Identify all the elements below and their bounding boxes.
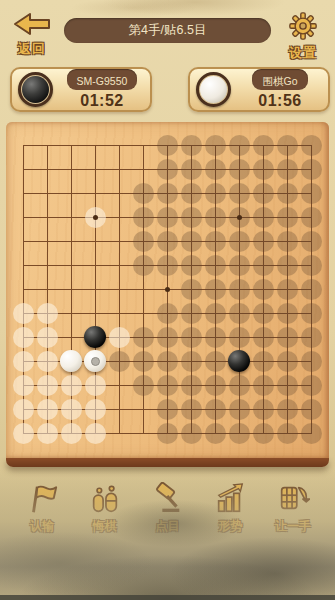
black-stone-K4 (228, 350, 250, 372)
black-influence-dot (205, 303, 226, 324)
black-influence-dot (157, 351, 178, 372)
black-influence-dot (157, 375, 178, 396)
white-player-avatar (196, 72, 231, 107)
black-influence-dot (181, 303, 202, 324)
black-influence-dot (205, 279, 226, 300)
black-influence-dot (181, 399, 202, 420)
black-influence-dot (157, 231, 178, 252)
black-influence-dot (277, 399, 298, 420)
black-influence-dot (301, 255, 322, 276)
black-influence-dot (181, 255, 202, 276)
black-influence-dot (157, 303, 178, 324)
white-influence-dot (85, 423, 106, 444)
black-influence-dot (205, 183, 226, 204)
black-player-name-plate: SM-G9550 (67, 69, 138, 90)
black-influence-dot (181, 183, 202, 204)
black-influence-dot (253, 207, 274, 228)
one-more-move-button[interactable]: 让一手 (265, 482, 321, 535)
black-influence-dot (253, 327, 274, 348)
black-influence-dot (253, 183, 274, 204)
count-button[interactable]: 点目 (140, 482, 196, 535)
star-point (165, 287, 170, 292)
black-influence-dot (181, 135, 202, 156)
white-influence-dot (37, 351, 58, 372)
bottom-toolbar: 认输 悔棋 点目 (0, 482, 335, 535)
black-influence-dot (301, 303, 322, 324)
white-influence-dot (37, 423, 58, 444)
black-influence-dot (229, 231, 250, 252)
white-influence-dot (109, 327, 130, 348)
star-point (237, 215, 242, 220)
white-player-name: 围棋Go (262, 75, 297, 87)
black-influence-dot (277, 135, 298, 156)
black-influence-dot (157, 135, 178, 156)
undo-label: 悔棋 (93, 518, 117, 535)
black-influence-dot (253, 159, 274, 180)
black-stone-D5 (84, 326, 106, 348)
black-influence-dot (157, 423, 178, 444)
black-influence-dot (181, 231, 202, 252)
black-influence-dot (301, 159, 322, 180)
black-influence-dot (253, 375, 274, 396)
white-influence-dot (13, 375, 34, 396)
white-player-clock: 01:56 (258, 92, 301, 110)
black-influence-dot (133, 351, 154, 372)
white-influence-dot (37, 375, 58, 396)
black-influence-dot (205, 399, 226, 420)
black-influence-dot (253, 423, 274, 444)
move-status-bar: 第4手/贴6.5目 (64, 18, 271, 43)
black-influence-dot (205, 351, 226, 372)
black-influence-dot (253, 351, 274, 372)
one-more-move-label: 让一手 (275, 518, 311, 535)
white-influence-dot (37, 327, 58, 348)
black-influence-dot (253, 135, 274, 156)
black-influence-dot (301, 399, 322, 420)
white-influence-dot (37, 399, 58, 420)
black-influence-dot (277, 159, 298, 180)
black-influence-dot (301, 135, 322, 156)
black-influence-dot (253, 399, 274, 420)
white-influence-dot (13, 423, 34, 444)
white-influence-dot (61, 399, 82, 420)
black-influence-dot (301, 327, 322, 348)
black-influence-dot (229, 135, 250, 156)
black-influence-dot (301, 423, 322, 444)
white-stone-D4 (84, 350, 106, 372)
white-influence-dot (85, 375, 106, 396)
white-stone-C4 (60, 350, 82, 372)
black-influence-dot (253, 231, 274, 252)
go-app-screen: 返回 第4手/贴6.5目 设置 S (0, 0, 335, 600)
white-influence-dot (85, 399, 106, 420)
white-influence-dot (61, 423, 82, 444)
black-stone-avatar-icon (22, 76, 49, 103)
black-influence-dot (277, 327, 298, 348)
black-influence-dot (181, 207, 202, 228)
black-influence-dot (205, 231, 226, 252)
move-status-text: 第4手/贴6.5目 (129, 22, 207, 39)
white-stone-avatar-icon (200, 76, 227, 103)
resign-button[interactable]: 认输 (14, 482, 70, 535)
black-influence-dot (205, 375, 226, 396)
settings-button[interactable]: 设置 (279, 12, 327, 62)
white-influence-dot (13, 327, 34, 348)
black-influence-dot (205, 207, 226, 228)
black-influence-dot (205, 255, 226, 276)
settings-label: 设置 (279, 44, 327, 62)
trend-chart-icon (213, 482, 247, 516)
black-influence-dot (301, 207, 322, 228)
black-influence-dot (205, 327, 226, 348)
black-influence-dot (181, 159, 202, 180)
black-influence-dot (301, 351, 322, 372)
white-player-name-plate: 围棋Go (252, 69, 307, 90)
black-influence-dot (157, 399, 178, 420)
black-influence-dot (229, 399, 250, 420)
black-influence-dot (277, 279, 298, 300)
black-influence-dot (109, 351, 130, 372)
black-influence-dot (181, 375, 202, 396)
black-influence-dot (157, 255, 178, 276)
black-influence-dot (157, 159, 178, 180)
board-bottom-edge (6, 458, 329, 467)
black-influence-dot (157, 207, 178, 228)
black-player-name: SM-G9550 (77, 75, 128, 87)
black-influence-dot (181, 327, 202, 348)
white-influence-dot (61, 375, 82, 396)
black-influence-dot (229, 375, 250, 396)
black-influence-dot (181, 351, 202, 372)
black-influence-dot (205, 423, 226, 444)
undo-stones-icon (88, 482, 122, 516)
black-influence-dot (229, 279, 250, 300)
black-influence-dot (181, 423, 202, 444)
black-influence-dot (301, 183, 322, 204)
black-influence-dot (133, 231, 154, 252)
black-influence-dot (229, 255, 250, 276)
black-influence-dot (229, 327, 250, 348)
black-influence-dot (229, 183, 250, 204)
black-influence-dot (277, 231, 298, 252)
black-influence-dot (229, 159, 250, 180)
black-influence-dot (253, 303, 274, 324)
black-influence-dot (229, 303, 250, 324)
white-player-card: 围棋Go 01:56 (188, 67, 330, 112)
black-influence-dot (181, 279, 202, 300)
black-influence-dot (277, 207, 298, 228)
black-influence-dot (229, 423, 250, 444)
gear-icon (288, 12, 318, 40)
black-influence-dot (133, 207, 154, 228)
black-influence-dot (205, 159, 226, 180)
last-move-marker (91, 357, 100, 366)
black-influence-dot (133, 183, 154, 204)
black-influence-dot (157, 327, 178, 348)
black-influence-dot (277, 303, 298, 324)
back-label: 返回 (8, 40, 56, 58)
black-influence-dot (301, 375, 322, 396)
back-button[interactable]: 返回 (8, 12, 56, 58)
count-label: 点目 (156, 518, 180, 535)
white-influence-dot (13, 303, 34, 324)
black-influence-dot (301, 279, 322, 300)
count-gavel-icon (151, 482, 185, 516)
trend-label: 形势 (218, 518, 242, 535)
black-influence-dot (277, 423, 298, 444)
white-influence-dot (37, 303, 58, 324)
black-player-card: SM-G9550 01:52 (10, 67, 152, 112)
black-influence-dot (253, 279, 274, 300)
black-influence-dot (301, 231, 322, 252)
one-more-move-icon (276, 482, 310, 516)
black-influence-dot (133, 255, 154, 276)
white-influence-dot (13, 399, 34, 420)
bottom-strip-decoration (0, 595, 335, 600)
black-influence-dot (277, 255, 298, 276)
black-influence-dot (277, 351, 298, 372)
black-influence-dot (133, 327, 154, 348)
black-influence-dot (133, 375, 154, 396)
white-influence-dot (13, 351, 34, 372)
black-influence-dot (277, 375, 298, 396)
black-influence-dot (205, 135, 226, 156)
undo-button[interactable]: 悔棋 (77, 482, 133, 535)
black-influence-dot (277, 183, 298, 204)
resign-label: 认输 (30, 518, 54, 535)
back-arrow-icon (13, 12, 51, 36)
black-influence-dot (253, 255, 274, 276)
black-influence-dot (157, 183, 178, 204)
black-player-avatar (18, 72, 53, 107)
go-board[interactable] (6, 122, 329, 458)
star-point (93, 215, 98, 220)
trend-button[interactable]: 形势 (202, 482, 258, 535)
black-player-clock: 01:52 (80, 92, 123, 110)
resign-flag-icon (25, 482, 59, 516)
